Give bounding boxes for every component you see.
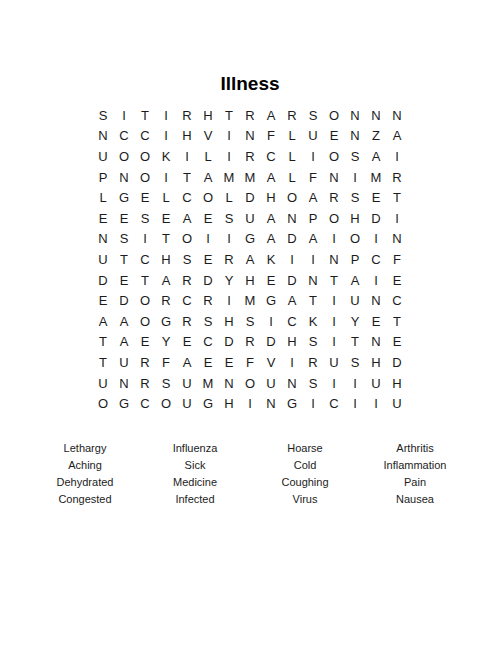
grid-cell-r13c7[interactable]: E: [219, 352, 240, 373]
grid-cell-r5c5[interactable]: C: [177, 187, 198, 208]
grid-cell-r4c14[interactable]: M: [366, 167, 387, 188]
grid-cell-r4c9[interactable]: A: [261, 167, 282, 188]
grid-cell-r8c13[interactable]: P: [345, 249, 366, 270]
grid-cell-r10c1[interactable]: E: [93, 290, 114, 311]
grid-cell-r14c13[interactable]: I: [345, 373, 366, 394]
grid-cell-r7c3[interactable]: I: [135, 229, 156, 250]
grid-cell-r4c2[interactable]: N: [114, 167, 135, 188]
grid-cell-r5c8[interactable]: D: [240, 187, 261, 208]
word-list-item-dehydrated: Dehydrated: [30, 473, 140, 490]
grid-cell-r5c12[interactable]: R: [324, 187, 345, 208]
grid-cell-r11c8[interactable]: S: [240, 311, 261, 332]
grid-cell-r8c12[interactable]: N: [324, 249, 345, 270]
grid-cell-r5c2[interactable]: G: [114, 187, 135, 208]
grid-cell-r1c6[interactable]: H: [198, 105, 219, 126]
grid-cell-r13c15[interactable]: D: [387, 352, 408, 373]
grid-cell-r3c7[interactable]: I: [219, 146, 240, 167]
word-list-item-hoarse: Hoarse: [250, 439, 360, 456]
grid-cell-r12c6[interactable]: C: [198, 332, 219, 353]
grid-cell-r1c15[interactable]: N: [387, 105, 408, 126]
grid-cell-r2c14[interactable]: Z: [366, 126, 387, 147]
grid-cell-r8c5[interactable]: S: [177, 249, 198, 270]
grid-cell-r7c6[interactable]: I: [198, 229, 219, 250]
grid-cell-r1c5[interactable]: R: [177, 105, 198, 126]
grid-cell-r11c2[interactable]: A: [114, 311, 135, 332]
grid-cell-r13c3[interactable]: R: [135, 352, 156, 373]
grid-cell-r10c11[interactable]: T: [303, 290, 324, 311]
grid-cell-r8c10[interactable]: I: [282, 249, 303, 270]
grid-cell-r6c1[interactable]: E: [93, 208, 114, 229]
grid-cell-r13c9[interactable]: V: [261, 352, 282, 373]
word-list-item-arthritis: Arthritis: [360, 439, 470, 456]
grid-cell-r3c8[interactable]: R: [240, 146, 261, 167]
grid-cell-r7c11[interactable]: A: [303, 229, 324, 250]
grid-cell-r14c8[interactable]: O: [240, 373, 261, 394]
grid-cell-r3c5[interactable]: I: [177, 146, 198, 167]
grid-cell-r2c9[interactable]: F: [261, 126, 282, 147]
grid-cell-r2c4[interactable]: I: [156, 126, 177, 147]
grid-cell-r9c2[interactable]: E: [114, 270, 135, 291]
grid-cell-r8c1[interactable]: U: [93, 249, 114, 270]
grid-cell-r8c8[interactable]: A: [240, 249, 261, 270]
grid-cell-r12c3[interactable]: E: [135, 332, 156, 353]
grid-cell-r11c3[interactable]: O: [135, 311, 156, 332]
grid-cell-r6c4[interactable]: E: [156, 208, 177, 229]
grid-cell-r2c8[interactable]: N: [240, 126, 261, 147]
grid-cell-r12c9[interactable]: D: [261, 332, 282, 353]
word-list-item-inflammation: Inflammation: [360, 456, 470, 473]
grid-cell-r13c4[interactable]: F: [156, 352, 177, 373]
grid-cell-r9c6[interactable]: D: [198, 270, 219, 291]
grid-cell-r3c4[interactable]: K: [156, 146, 177, 167]
grid-cell-r12c4[interactable]: Y: [156, 332, 177, 353]
grid-cell-r3c3[interactable]: O: [135, 146, 156, 167]
grid-cell-r13c1[interactable]: T: [93, 352, 114, 373]
grid-cell-r2c13[interactable]: N: [345, 126, 366, 147]
grid-cell-r9c7[interactable]: Y: [219, 270, 240, 291]
word-list-item-cold: Cold: [250, 456, 360, 473]
grid-cell-r8c9[interactable]: K: [261, 249, 282, 270]
grid-cell-r9c15[interactable]: E: [387, 270, 408, 291]
grid-cell-r5c7[interactable]: L: [219, 187, 240, 208]
grid-cell-r14c3[interactable]: R: [135, 373, 156, 394]
grid-cell-r14c1[interactable]: U: [93, 373, 114, 394]
grid-cell-r9c14[interactable]: I: [366, 270, 387, 291]
grid-cell-r13c11[interactable]: R: [303, 352, 324, 373]
grid-cell-r4c7[interactable]: M: [219, 167, 240, 188]
grid-cell-r4c11[interactable]: F: [303, 167, 324, 188]
grid-cell-r5c14[interactable]: E: [366, 187, 387, 208]
grid-cell-r13c6[interactable]: E: [198, 352, 219, 373]
grid-cell-r7c5[interactable]: O: [177, 229, 198, 250]
grid-cell-r12c10[interactable]: H: [282, 332, 303, 353]
grid-cell-r7c2[interactable]: S: [114, 229, 135, 250]
grid-cell-r14c11[interactable]: S: [303, 373, 324, 394]
grid-cell-r3c10[interactable]: L: [282, 146, 303, 167]
grid-cell-r14c15[interactable]: H: [387, 373, 408, 394]
grid-cell-r1c10[interactable]: R: [282, 105, 303, 126]
grid-cell-r5c10[interactable]: O: [282, 187, 303, 208]
word-list-item-lethargy: Lethargy: [30, 439, 140, 456]
grid-cell-r3c13[interactable]: S: [345, 146, 366, 167]
grid-cell-r11c11[interactable]: K: [303, 311, 324, 332]
grid-cell-r7c15[interactable]: N: [387, 229, 408, 250]
grid-cell-r5c9[interactable]: H: [261, 187, 282, 208]
grid-cell-r12c8[interactable]: R: [240, 332, 261, 353]
grid-cell-r8c7[interactable]: R: [219, 249, 240, 270]
grid-cell-r10c10[interactable]: A: [282, 290, 303, 311]
word-list-item-sick: Sick: [140, 456, 250, 473]
grid-cell-r5c4[interactable]: L: [156, 187, 177, 208]
grid-cell-r4c3[interactable]: O: [135, 167, 156, 188]
word-list-item-medicine: Medicine: [140, 473, 250, 490]
grid-cell-r14c7[interactable]: N: [219, 373, 240, 394]
grid-cell-r4c6[interactable]: A: [198, 167, 219, 188]
grid-cell-r11c14[interactable]: E: [366, 311, 387, 332]
grid-cell-r3c1[interactable]: U: [93, 146, 114, 167]
grid-cell-r6c3[interactable]: S: [135, 208, 156, 229]
grid-cell-r10c3[interactable]: O: [135, 290, 156, 311]
grid-cell-r15c9[interactable]: N: [261, 393, 282, 414]
grid-cell-r5c6[interactable]: O: [198, 187, 219, 208]
grid-cell-r4c5[interactable]: T: [177, 167, 198, 188]
grid-cell-r11c9[interactable]: I: [261, 311, 282, 332]
grid-cell-r14c6[interactable]: M: [198, 373, 219, 394]
grid-cell-r7c12[interactable]: I: [324, 229, 345, 250]
grid-cell-r10c13[interactable]: U: [345, 290, 366, 311]
grid-cell-r3c12[interactable]: O: [324, 146, 345, 167]
grid-cell-r7c13[interactable]: O: [345, 229, 366, 250]
grid-cell-r11c1[interactable]: A: [93, 311, 114, 332]
word-list-item-pain: Pain: [360, 473, 470, 490]
grid-cell-r12c13[interactable]: T: [345, 332, 366, 353]
grid-cell-r5c13[interactable]: S: [345, 187, 366, 208]
grid-cell-r8c3[interactable]: C: [135, 249, 156, 270]
grid-cell-r3c15[interactable]: I: [387, 146, 408, 167]
grid-cell-r12c7[interactable]: D: [219, 332, 240, 353]
grid-cell-r5c11[interactable]: A: [303, 187, 324, 208]
grid-cell-r15c8[interactable]: I: [240, 393, 261, 414]
grid-cell-r15c11[interactable]: I: [303, 393, 324, 414]
grid-cell-r9c1[interactable]: D: [93, 270, 114, 291]
grid-cell-r11c13[interactable]: Y: [345, 311, 366, 332]
grid-cell-r15c6[interactable]: G: [198, 393, 219, 414]
grid-cell-r10c8[interactable]: M: [240, 290, 261, 311]
grid-cell-r15c10[interactable]: G: [282, 393, 303, 414]
grid-cell-r7c4[interactable]: T: [156, 229, 177, 250]
grid-cell-r9c10[interactable]: D: [282, 270, 303, 291]
grid-cell-r14c5[interactable]: U: [177, 373, 198, 394]
grid-cell-r12c15[interactable]: E: [387, 332, 408, 353]
grid-cell-r1c13[interactable]: N: [345, 105, 366, 126]
puzzle-title: Illness: [0, 72, 500, 96]
grid-cell-r11c15[interactable]: T: [387, 311, 408, 332]
grid-cell-r2c6[interactable]: V: [198, 126, 219, 147]
grid-cell-r15c15[interactable]: U: [387, 393, 408, 414]
grid-cell-r6c8[interactable]: U: [240, 208, 261, 229]
grid-cell-r9c13[interactable]: A: [345, 270, 366, 291]
grid-cell-r13c13[interactable]: S: [345, 352, 366, 373]
grid-cell-r1c11[interactable]: S: [303, 105, 324, 126]
grid-cell-r2c15[interactable]: A: [387, 126, 408, 147]
grid-cell-r1c7[interactable]: T: [219, 105, 240, 126]
grid-cell-r9c9[interactable]: E: [261, 270, 282, 291]
grid-cell-r2c11[interactable]: U: [303, 126, 324, 147]
grid-cell-r12c2[interactable]: A: [114, 332, 135, 353]
grid-cell-r15c5[interactable]: U: [177, 393, 198, 414]
grid-cell-r14c14[interactable]: U: [366, 373, 387, 394]
word-list-item-virus: Virus: [250, 490, 360, 507]
grid-cell-r13c14[interactable]: H: [366, 352, 387, 373]
grid-cell-r11c6[interactable]: S: [198, 311, 219, 332]
word-list-item-coughing: Coughing: [250, 473, 360, 490]
grid-cell-r12c11[interactable]: S: [303, 332, 324, 353]
grid-cell-r13c2[interactable]: U: [114, 352, 135, 373]
grid-cell-r9c11[interactable]: N: [303, 270, 324, 291]
word-search-grid[interactable]: SITIRHTRARSONNNNCCIHVINFLUENZAUOOKILIRCL…: [93, 105, 408, 414]
grid-cell-r1c2[interactable]: I: [114, 105, 135, 126]
grid-cell-r1c4[interactable]: I: [156, 105, 177, 126]
grid-cell-r11c12[interactable]: I: [324, 311, 345, 332]
grid-cell-r12c14[interactable]: N: [366, 332, 387, 353]
grid-cell-r10c4[interactable]: R: [156, 290, 177, 311]
grid-cell-r11c5[interactable]: R: [177, 311, 198, 332]
grid-cell-r8c2[interactable]: T: [114, 249, 135, 270]
grid-cell-r10c12[interactable]: I: [324, 290, 345, 311]
grid-cell-r5c3[interactable]: E: [135, 187, 156, 208]
grid-cell-r1c1[interactable]: S: [93, 105, 114, 126]
grid-cell-r13c10[interactable]: I: [282, 352, 303, 373]
grid-cell-r1c9[interactable]: A: [261, 105, 282, 126]
grid-cell-r8c4[interactable]: H: [156, 249, 177, 270]
grid-cell-r15c7[interactable]: H: [219, 393, 240, 414]
grid-cell-r2c3[interactable]: C: [135, 126, 156, 147]
grid-cell-r13c12[interactable]: U: [324, 352, 345, 373]
grid-cell-r5c1[interactable]: L: [93, 187, 114, 208]
grid-cell-r15c2[interactable]: G: [114, 393, 135, 414]
grid-cell-r12c1[interactable]: T: [93, 332, 114, 353]
grid-cell-r12c5[interactable]: E: [177, 332, 198, 353]
grid-cell-r7c7[interactable]: I: [219, 229, 240, 250]
grid-cell-r10c5[interactable]: C: [177, 290, 198, 311]
grid-cell-r7c9[interactable]: A: [261, 229, 282, 250]
grid-cell-r7c14[interactable]: I: [366, 229, 387, 250]
grid-cell-r2c1[interactable]: N: [93, 126, 114, 147]
grid-cell-r10c6[interactable]: R: [198, 290, 219, 311]
word-list-item-aching: Aching: [30, 456, 140, 473]
grid-cell-r3c2[interactable]: O: [114, 146, 135, 167]
grid-cell-r1c8[interactable]: R: [240, 105, 261, 126]
grid-cell-r1c12[interactable]: O: [324, 105, 345, 126]
grid-cell-r14c4[interactable]: S: [156, 373, 177, 394]
grid-cell-r12c12[interactable]: I: [324, 332, 345, 353]
grid-cell-r15c12[interactable]: C: [324, 393, 345, 414]
grid-cell-r8c14[interactable]: C: [366, 249, 387, 270]
grid-cell-r14c10[interactable]: N: [282, 373, 303, 394]
grid-cell-r6c11[interactable]: P: [303, 208, 324, 229]
grid-cell-r15c1[interactable]: O: [93, 393, 114, 414]
grid-cell-r9c4[interactable]: A: [156, 270, 177, 291]
grid-cell-r15c3[interactable]: C: [135, 393, 156, 414]
word-list-item-infected: Infected: [140, 490, 250, 507]
grid-cell-r6c12[interactable]: O: [324, 208, 345, 229]
grid-cell-r9c3[interactable]: T: [135, 270, 156, 291]
grid-cell-r4c4[interactable]: I: [156, 167, 177, 188]
grid-cell-r6c14[interactable]: D: [366, 208, 387, 229]
grid-cell-r14c9[interactable]: U: [261, 373, 282, 394]
grid-cell-r10c14[interactable]: N: [366, 290, 387, 311]
grid-cell-r2c5[interactable]: H: [177, 126, 198, 147]
grid-cell-r9c8[interactable]: H: [240, 270, 261, 291]
grid-cell-r4c12[interactable]: N: [324, 167, 345, 188]
grid-cell-r15c4[interactable]: O: [156, 393, 177, 414]
grid-cell-r10c2[interactable]: D: [114, 290, 135, 311]
grid-cell-r6c2[interactable]: E: [114, 208, 135, 229]
grid-cell-r6c6[interactable]: E: [198, 208, 219, 229]
grid-cell-r3c11[interactable]: I: [303, 146, 324, 167]
grid-cell-r15c13[interactable]: I: [345, 393, 366, 414]
grid-cell-r6c13[interactable]: H: [345, 208, 366, 229]
grid-cell-r1c14[interactable]: N: [366, 105, 387, 126]
grid-cell-r13c8[interactable]: F: [240, 352, 261, 373]
grid-cell-r9c5[interactable]: R: [177, 270, 198, 291]
grid-cell-r7c10[interactable]: D: [282, 229, 303, 250]
word-list-item-influenza: Influenza: [140, 439, 250, 456]
grid-cell-r2c10[interactable]: L: [282, 126, 303, 147]
grid-cell-r3c6[interactable]: L: [198, 146, 219, 167]
word-list: LethargyAchingDehydratedCongestedInfluen…: [30, 439, 470, 507]
grid-cell-r6c5[interactable]: A: [177, 208, 198, 229]
grid-cell-r10c9[interactable]: G: [261, 290, 282, 311]
grid-cell-r4c1[interactable]: P: [93, 167, 114, 188]
grid-cell-r13c5[interactable]: A: [177, 352, 198, 373]
word-list-item-nausea: Nausea: [360, 490, 470, 507]
grid-cell-r4c8[interactable]: M: [240, 167, 261, 188]
grid-cell-r5c15[interactable]: T: [387, 187, 408, 208]
word-list-item-congested: Congested: [30, 490, 140, 507]
grid-cell-r6c15[interactable]: I: [387, 208, 408, 229]
grid-cell-r6c10[interactable]: N: [282, 208, 303, 229]
grid-cell-r2c12[interactable]: E: [324, 126, 345, 147]
grid-cell-r9c12[interactable]: T: [324, 270, 345, 291]
grid-cell-r10c7[interactable]: I: [219, 290, 240, 311]
grid-cell-r6c9[interactable]: A: [261, 208, 282, 229]
grid-cell-r8c11[interactable]: I: [303, 249, 324, 270]
grid-cell-r2c2[interactable]: C: [114, 126, 135, 147]
grid-cell-r10c15[interactable]: C: [387, 290, 408, 311]
grid-cell-r14c12[interactable]: I: [324, 373, 345, 394]
grid-cell-r15c14[interactable]: I: [366, 393, 387, 414]
grid-cell-r2c7[interactable]: I: [219, 126, 240, 147]
grid-cell-r7c1[interactable]: N: [93, 229, 114, 250]
grid-cell-r4c10[interactable]: L: [282, 167, 303, 188]
grid-cell-r11c4[interactable]: G: [156, 311, 177, 332]
grid-cell-r6c7[interactable]: S: [219, 208, 240, 229]
grid-cell-r11c10[interactable]: C: [282, 311, 303, 332]
grid-cell-r7c8[interactable]: G: [240, 229, 261, 250]
grid-cell-r4c15[interactable]: R: [387, 167, 408, 188]
grid-cell-r11c7[interactable]: H: [219, 311, 240, 332]
grid-cell-r1c3[interactable]: T: [135, 105, 156, 126]
grid-cell-r3c14[interactable]: A: [366, 146, 387, 167]
grid-cell-r3c9[interactable]: C: [261, 146, 282, 167]
grid-cell-r8c6[interactable]: E: [198, 249, 219, 270]
grid-cell-r4c13[interactable]: I: [345, 167, 366, 188]
grid-cell-r8c15[interactable]: F: [387, 249, 408, 270]
grid-cell-r14c2[interactable]: N: [114, 373, 135, 394]
